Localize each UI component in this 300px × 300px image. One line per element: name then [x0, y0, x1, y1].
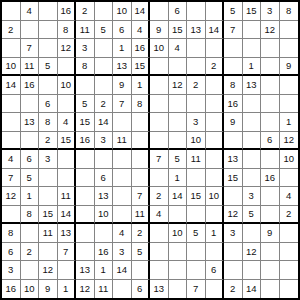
- cell-r2c16[interactable]: [280, 21, 299, 40]
- cell-r2c11[interactable]: 13: [187, 21, 206, 40]
- cell-r7c4[interactable]: 4: [58, 113, 77, 132]
- cell-r9c4[interactable]: [58, 150, 77, 169]
- cell-r7c12[interactable]: [206, 113, 225, 132]
- cell-r5c7[interactable]: 9: [113, 76, 132, 95]
- cell-r14c10[interactable]: [169, 243, 188, 262]
- cell-r10c12[interactable]: [206, 169, 225, 188]
- cell-r1c4[interactable]: 16: [58, 2, 77, 21]
- cell-r9c7[interactable]: [113, 150, 132, 169]
- cell-r9c12[interactable]: [206, 150, 225, 169]
- cell-r16c10[interactable]: [169, 280, 188, 299]
- cell-r9c14[interactable]: [243, 150, 262, 169]
- cell-r4c12[interactable]: 2: [206, 58, 225, 77]
- cell-r8c10[interactable]: [169, 132, 188, 151]
- cell-r8c16[interactable]: 12: [280, 132, 299, 151]
- cell-r16c16[interactable]: [280, 280, 299, 299]
- cell-r11c8[interactable]: 7: [132, 187, 151, 206]
- cell-r3c15[interactable]: [261, 39, 280, 58]
- cell-r2c2[interactable]: [21, 21, 40, 40]
- cell-r12c6[interactable]: 10: [95, 206, 114, 225]
- cell-r5c2[interactable]: 16: [21, 76, 40, 95]
- cell-r15c11[interactable]: [187, 261, 206, 280]
- cell-r3c3[interactable]: [39, 39, 58, 58]
- cell-r2c8[interactable]: 4: [132, 21, 151, 40]
- cell-r8c13[interactable]: [224, 132, 243, 151]
- cell-r15c16[interactable]: [280, 261, 299, 280]
- cell-r2c6[interactable]: 5: [95, 21, 114, 40]
- cell-r14c8[interactable]: 5: [132, 243, 151, 262]
- cell-r12c5[interactable]: [76, 206, 95, 225]
- cell-r3c8[interactable]: 16: [132, 39, 151, 58]
- cell-r11c7[interactable]: [113, 187, 132, 206]
- cell-r5c15[interactable]: [261, 76, 280, 95]
- cell-r12c14[interactable]: 5: [243, 206, 262, 225]
- cell-r16c11[interactable]: 7: [187, 280, 206, 299]
- cell-r4c8[interactable]: 15: [132, 58, 151, 77]
- cell-r5c5[interactable]: [76, 76, 95, 95]
- cell-r6c14[interactable]: [243, 95, 262, 114]
- cell-r7c15[interactable]: [261, 113, 280, 132]
- cell-r4c11[interactable]: [187, 58, 206, 77]
- cell-r14c4[interactable]: 7: [58, 243, 77, 262]
- cell-r11c10[interactable]: 14: [169, 187, 188, 206]
- cell-r6c3[interactable]: 6: [39, 95, 58, 114]
- cell-r10c13[interactable]: 15: [224, 169, 243, 188]
- cell-r14c3[interactable]: [39, 243, 58, 262]
- cell-r4c16[interactable]: 9: [280, 58, 299, 77]
- cell-r2c14[interactable]: [243, 21, 262, 40]
- cell-r15c7[interactable]: 14: [113, 261, 132, 280]
- cell-r2c9[interactable]: 9: [150, 21, 169, 40]
- cell-r11c14[interactable]: 3: [243, 187, 262, 206]
- cell-r7c3[interactable]: 8: [39, 113, 58, 132]
- cell-r14c5[interactable]: [76, 243, 95, 262]
- cell-r15c12[interactable]: 6: [206, 261, 225, 280]
- cell-r3c1[interactable]: [2, 39, 21, 58]
- cell-r6c1[interactable]: [2, 95, 21, 114]
- cell-r7c6[interactable]: 14: [95, 113, 114, 132]
- cell-r7c7[interactable]: [113, 113, 132, 132]
- cell-r9c8[interactable]: [132, 150, 151, 169]
- cell-r11c1[interactable]: 12: [2, 187, 21, 206]
- cell-r5c12[interactable]: [206, 76, 225, 95]
- cell-r13c1[interactable]: 8: [2, 224, 21, 243]
- cell-r10c15[interactable]: 16: [261, 169, 280, 188]
- cell-r2c7[interactable]: 6: [113, 21, 132, 40]
- cell-r12c15[interactable]: [261, 206, 280, 225]
- cell-r11c2[interactable]: 1: [21, 187, 40, 206]
- cell-r11c4[interactable]: 11: [58, 187, 77, 206]
- cell-r8c14[interactable]: [243, 132, 262, 151]
- cell-r7c2[interactable]: 13: [21, 113, 40, 132]
- cell-r11c13[interactable]: [224, 187, 243, 206]
- cell-r16c2[interactable]: 10: [21, 280, 40, 299]
- cell-r1c3[interactable]: [39, 2, 58, 21]
- cell-r10c14[interactable]: [243, 169, 262, 188]
- cell-r13c11[interactable]: 5: [187, 224, 206, 243]
- cell-r10c5[interactable]: [76, 169, 95, 188]
- cell-r5c13[interactable]: 8: [224, 76, 243, 95]
- cell-r10c8[interactable]: [132, 169, 151, 188]
- cell-r3c5[interactable]: 3: [76, 39, 95, 58]
- cell-r1c10[interactable]: 6: [169, 2, 188, 21]
- cell-r9c13[interactable]: 13: [224, 150, 243, 169]
- cell-r14c9[interactable]: [150, 243, 169, 262]
- cell-r7c1[interactable]: [2, 113, 21, 132]
- cell-r6c11[interactable]: [187, 95, 206, 114]
- cell-r12c1[interactable]: [2, 206, 21, 225]
- cell-r5c1[interactable]: 14: [2, 76, 21, 95]
- cell-r3c2[interactable]: 7: [21, 39, 40, 58]
- cell-r16c3[interactable]: 9: [39, 280, 58, 299]
- cell-r8c5[interactable]: 16: [76, 132, 95, 151]
- cell-r15c1[interactable]: 3: [2, 261, 21, 280]
- cell-r5c6[interactable]: [95, 76, 114, 95]
- cell-r4c7[interactable]: 13: [113, 58, 132, 77]
- cell-r14c7[interactable]: 3: [113, 243, 132, 262]
- cell-r7c5[interactable]: 15: [76, 113, 95, 132]
- cell-r12c3[interactable]: 15: [39, 206, 58, 225]
- cell-r5c8[interactable]: 1: [132, 76, 151, 95]
- cell-r10c1[interactable]: 7: [2, 169, 21, 188]
- cell-r13c9[interactable]: [150, 224, 169, 243]
- cell-r12c12[interactable]: [206, 206, 225, 225]
- cell-r16c14[interactable]: 14: [243, 280, 262, 299]
- cell-r15c6[interactable]: 1: [95, 261, 114, 280]
- cell-r16c4[interactable]: 1: [58, 280, 77, 299]
- cell-r9c10[interactable]: 5: [169, 150, 188, 169]
- cell-r14c11[interactable]: [187, 243, 206, 262]
- cell-r11c3[interactable]: [39, 187, 58, 206]
- cell-r15c15[interactable]: [261, 261, 280, 280]
- cell-r13c4[interactable]: 13: [58, 224, 77, 243]
- cell-r14c15[interactable]: [261, 243, 280, 262]
- cell-r11c6[interactable]: 13: [95, 187, 114, 206]
- cell-r12c4[interactable]: 14: [58, 206, 77, 225]
- cell-r7c13[interactable]: 9: [224, 113, 243, 132]
- cell-r8c9[interactable]: [150, 132, 169, 151]
- cell-r8c12[interactable]: [206, 132, 225, 151]
- cell-r2c12[interactable]: 14: [206, 21, 225, 40]
- cell-r7c10[interactable]: [169, 113, 188, 132]
- cell-r3c10[interactable]: 4: [169, 39, 188, 58]
- cell-r15c5[interactable]: 13: [76, 261, 95, 280]
- cell-r5c11[interactable]: 2: [187, 76, 206, 95]
- cell-r13c12[interactable]: 1: [206, 224, 225, 243]
- cell-r1c7[interactable]: 10: [113, 2, 132, 21]
- cell-r8c4[interactable]: 15: [58, 132, 77, 151]
- cell-r9c3[interactable]: 3: [39, 150, 58, 169]
- cell-r12c2[interactable]: 8: [21, 206, 40, 225]
- cell-r1c6[interactable]: [95, 2, 114, 21]
- cell-r6c4[interactable]: [58, 95, 77, 114]
- cell-r8c7[interactable]: 11: [113, 132, 132, 151]
- cell-r12c13[interactable]: 12: [224, 206, 243, 225]
- cell-r4c4[interactable]: [58, 58, 77, 77]
- cell-r8c2[interactable]: [21, 132, 40, 151]
- cell-r12c7[interactable]: [113, 206, 132, 225]
- cell-r11c15[interactable]: [261, 187, 280, 206]
- cell-r14c14[interactable]: 12: [243, 243, 262, 262]
- cell-r7c11[interactable]: 3: [187, 113, 206, 132]
- cell-r3c12[interactable]: [206, 39, 225, 58]
- cell-r4c6[interactable]: [95, 58, 114, 77]
- cell-r13c13[interactable]: 3: [224, 224, 243, 243]
- cell-r15c9[interactable]: [150, 261, 169, 280]
- cell-r14c12[interactable]: [206, 243, 225, 262]
- cell-r11c16[interactable]: 4: [280, 187, 299, 206]
- cell-r16c13[interactable]: 2: [224, 280, 243, 299]
- cell-r4c2[interactable]: 11: [21, 58, 40, 77]
- cell-r3c9[interactable]: 10: [150, 39, 169, 58]
- cell-r4c14[interactable]: 1: [243, 58, 262, 77]
- cell-r13c5[interactable]: [76, 224, 95, 243]
- cell-r15c3[interactable]: 12: [39, 261, 58, 280]
- cell-r5c14[interactable]: 13: [243, 76, 262, 95]
- cell-r6c10[interactable]: [169, 95, 188, 114]
- cell-r10c3[interactable]: [39, 169, 58, 188]
- cell-r11c12[interactable]: 10: [206, 187, 225, 206]
- cell-r9c9[interactable]: 7: [150, 150, 169, 169]
- cell-r1c8[interactable]: 14: [132, 2, 151, 21]
- cell-r1c1[interactable]: [2, 2, 21, 21]
- cell-r9c5[interactable]: [76, 150, 95, 169]
- cell-r13c16[interactable]: [280, 224, 299, 243]
- cell-r4c13[interactable]: [224, 58, 243, 77]
- cell-r9c2[interactable]: 6: [21, 150, 40, 169]
- cell-r8c3[interactable]: 2: [39, 132, 58, 151]
- cell-r3c16[interactable]: [280, 39, 299, 58]
- cell-r1c11[interactable]: [187, 2, 206, 21]
- cell-r13c10[interactable]: 10: [169, 224, 188, 243]
- cell-r1c13[interactable]: 5: [224, 2, 243, 21]
- cell-r4c3[interactable]: 5: [39, 58, 58, 77]
- cell-r9c16[interactable]: 10: [280, 150, 299, 169]
- cell-r14c6[interactable]: 16: [95, 243, 114, 262]
- cell-r12c9[interactable]: 4: [150, 206, 169, 225]
- cell-r4c1[interactable]: 10: [2, 58, 21, 77]
- cell-r13c3[interactable]: 11: [39, 224, 58, 243]
- cell-r4c5[interactable]: 8: [76, 58, 95, 77]
- cell-r15c10[interactable]: [169, 261, 188, 280]
- cell-r10c6[interactable]: 6: [95, 169, 114, 188]
- cell-r13c8[interactable]: 2: [132, 224, 151, 243]
- cell-r6c15[interactable]: [261, 95, 280, 114]
- cell-r3c7[interactable]: 1: [113, 39, 132, 58]
- cell-r6c12[interactable]: [206, 95, 225, 114]
- cell-r5c4[interactable]: 10: [58, 76, 77, 95]
- cell-r6c16[interactable]: [280, 95, 299, 114]
- cell-r5c10[interactable]: 12: [169, 76, 188, 95]
- cell-r2c13[interactable]: 7: [224, 21, 243, 40]
- cell-r14c16[interactable]: [280, 243, 299, 262]
- cell-r2c5[interactable]: 11: [76, 21, 95, 40]
- cell-r5c9[interactable]: [150, 76, 169, 95]
- cell-r8c8[interactable]: [132, 132, 151, 151]
- cell-r13c14[interactable]: [243, 224, 262, 243]
- cell-r15c14[interactable]: [243, 261, 262, 280]
- cell-r11c5[interactable]: [76, 187, 95, 206]
- cell-r6c9[interactable]: [150, 95, 169, 114]
- cell-r10c7[interactable]: [113, 169, 132, 188]
- cell-r14c13[interactable]: [224, 243, 243, 262]
- cell-r6c5[interactable]: 5: [76, 95, 95, 114]
- cell-r10c16[interactable]: [280, 169, 299, 188]
- cell-r6c7[interactable]: 7: [113, 95, 132, 114]
- cell-r12c11[interactable]: [187, 206, 206, 225]
- cell-r11c11[interactable]: 15: [187, 187, 206, 206]
- cell-r6c6[interactable]: 2: [95, 95, 114, 114]
- cell-r7c14[interactable]: [243, 113, 262, 132]
- cell-r7c9[interactable]: [150, 113, 169, 132]
- cell-r4c10[interactable]: [169, 58, 188, 77]
- cell-r12c10[interactable]: [169, 206, 188, 225]
- cell-r12c16[interactable]: 2: [280, 206, 299, 225]
- cell-r4c15[interactable]: [261, 58, 280, 77]
- cell-r1c5[interactable]: 2: [76, 2, 95, 21]
- cell-r3c13[interactable]: [224, 39, 243, 58]
- cell-r13c2[interactable]: [21, 224, 40, 243]
- cell-r1c2[interactable]: 4: [21, 2, 40, 21]
- cell-r2c1[interactable]: 2: [2, 21, 21, 40]
- cell-r10c9[interactable]: [150, 169, 169, 188]
- cell-r12c8[interactable]: 11: [132, 206, 151, 225]
- cell-r1c12[interactable]: [206, 2, 225, 21]
- cell-r14c2[interactable]: 2: [21, 243, 40, 262]
- cell-r13c6[interactable]: [95, 224, 114, 243]
- cell-r7c16[interactable]: 1: [280, 113, 299, 132]
- cell-r9c6[interactable]: [95, 150, 114, 169]
- cell-r15c13[interactable]: [224, 261, 243, 280]
- cell-r10c10[interactable]: 1: [169, 169, 188, 188]
- cell-r1c15[interactable]: 3: [261, 2, 280, 21]
- sudoku-board: 4162101465153828115649151314712712311610…: [0, 0, 300, 300]
- cell-r15c2[interactable]: [21, 261, 40, 280]
- cell-r6c13[interactable]: 16: [224, 95, 243, 114]
- cell-r10c11[interactable]: [187, 169, 206, 188]
- cell-r13c7[interactable]: 4: [113, 224, 132, 243]
- cell-r9c1[interactable]: 4: [2, 150, 21, 169]
- cell-r3c6[interactable]: [95, 39, 114, 58]
- cell-r8c6[interactable]: 3: [95, 132, 114, 151]
- cell-r15c4[interactable]: [58, 261, 77, 280]
- cell-r4c9[interactable]: [150, 58, 169, 77]
- cell-r16c9[interactable]: 13: [150, 280, 169, 299]
- cell-r9c15[interactable]: [261, 150, 280, 169]
- cell-r16c6[interactable]: 11: [95, 280, 114, 299]
- cell-r6c2[interactable]: [21, 95, 40, 114]
- cell-r2c3[interactable]: [39, 21, 58, 40]
- cell-r16c12[interactable]: [206, 280, 225, 299]
- cell-r16c1[interactable]: 16: [2, 280, 21, 299]
- cell-r5c16[interactable]: [280, 76, 299, 95]
- cell-r3c4[interactable]: 12: [58, 39, 77, 58]
- cell-r8c11[interactable]: 10: [187, 132, 206, 151]
- cell-r14c1[interactable]: 6: [2, 243, 21, 262]
- cell-r1c14[interactable]: 15: [243, 2, 262, 21]
- cell-r16c5[interactable]: 12: [76, 280, 95, 299]
- cell-r13c15[interactable]: 9: [261, 224, 280, 243]
- cell-r8c15[interactable]: 6: [261, 132, 280, 151]
- cell-r3c11[interactable]: [187, 39, 206, 58]
- cell-r1c16[interactable]: 8: [280, 2, 299, 21]
- cell-r1c9[interactable]: [150, 2, 169, 21]
- cell-r10c4[interactable]: [58, 169, 77, 188]
- cell-r16c8[interactable]: 6: [132, 280, 151, 299]
- cell-r7c8[interactable]: [132, 113, 151, 132]
- cell-r10c2[interactable]: 5: [21, 169, 40, 188]
- cell-r15c8[interactable]: [132, 261, 151, 280]
- cell-r3c14[interactable]: [243, 39, 262, 58]
- cell-r6c8[interactable]: 8: [132, 95, 151, 114]
- cell-r16c15[interactable]: [261, 280, 280, 299]
- cell-r11c9[interactable]: 2: [150, 187, 169, 206]
- cell-r9c11[interactable]: 11: [187, 150, 206, 169]
- cell-r2c10[interactable]: 15: [169, 21, 188, 40]
- cell-r5c3[interactable]: [39, 76, 58, 95]
- cell-r16c7[interactable]: [113, 280, 132, 299]
- cell-r8c1[interactable]: [2, 132, 21, 151]
- cell-r2c15[interactable]: 12: [261, 21, 280, 40]
- cell-r2c4[interactable]: 8: [58, 21, 77, 40]
